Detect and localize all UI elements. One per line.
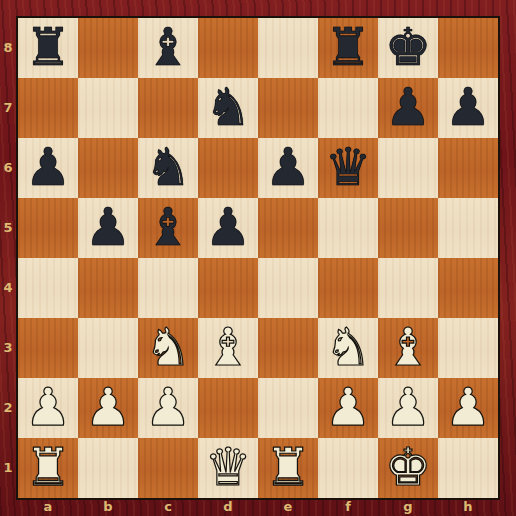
- square-h5[interactable]: [438, 198, 498, 258]
- piece-black-pawn[interactable]: ♟: [78, 198, 138, 258]
- square-b3[interactable]: [78, 318, 138, 378]
- square-a4[interactable]: [18, 258, 78, 318]
- square-d5[interactable]: ♟: [198, 198, 258, 258]
- piece-white-pawn[interactable]: ♟: [18, 378, 78, 438]
- square-a1[interactable]: ♜: [18, 438, 78, 498]
- piece-white-pawn[interactable]: ♟: [378, 378, 438, 438]
- piece-black-pawn[interactable]: ♟: [198, 198, 258, 258]
- square-d1[interactable]: ♛: [198, 438, 258, 498]
- file-label-g: g: [378, 499, 438, 515]
- square-f2[interactable]: ♟: [318, 378, 378, 438]
- piece-black-knight[interactable]: ♞: [138, 138, 198, 198]
- square-a3[interactable]: [18, 318, 78, 378]
- square-f8[interactable]: ♜: [318, 18, 378, 78]
- piece-white-pawn[interactable]: ♟: [438, 378, 498, 438]
- piece-black-pawn[interactable]: ♟: [18, 138, 78, 198]
- piece-black-knight[interactable]: ♞: [198, 78, 258, 138]
- square-f1[interactable]: [318, 438, 378, 498]
- square-d3[interactable]: ♝: [198, 318, 258, 378]
- square-e6[interactable]: ♟: [258, 138, 318, 198]
- square-d4[interactable]: [198, 258, 258, 318]
- rank-label-6: 6: [0, 138, 16, 198]
- square-e3[interactable]: [258, 318, 318, 378]
- square-g7[interactable]: ♟: [378, 78, 438, 138]
- square-c4[interactable]: [138, 258, 198, 318]
- square-g5[interactable]: [378, 198, 438, 258]
- file-label-a: a: [18, 499, 78, 515]
- square-g3[interactable]: ♝: [378, 318, 438, 378]
- square-a6[interactable]: ♟: [18, 138, 78, 198]
- square-d6[interactable]: [198, 138, 258, 198]
- piece-black-pawn[interactable]: ♟: [378, 78, 438, 138]
- rank-label-2: 2: [0, 378, 16, 438]
- piece-white-bishop[interactable]: ♝: [378, 318, 438, 378]
- board-frame: ♜♝♜♚♞♟♟♟♞♟♛♟♝♟♞♝♞♝♟♟♟♟♟♟♜♛♜♚ 87654321 ab…: [0, 0, 516, 516]
- file-label-b: b: [78, 499, 138, 515]
- piece-black-bishop[interactable]: ♝: [138, 18, 198, 78]
- rank-label-7: 7: [0, 78, 16, 138]
- square-d2[interactable]: [198, 378, 258, 438]
- square-f7[interactable]: [318, 78, 378, 138]
- piece-white-rook[interactable]: ♜: [258, 438, 318, 498]
- square-g2[interactable]: ♟: [378, 378, 438, 438]
- square-d7[interactable]: ♞: [198, 78, 258, 138]
- piece-black-rook[interactable]: ♜: [18, 18, 78, 78]
- rank-label-4: 4: [0, 258, 16, 318]
- piece-black-king[interactable]: ♚: [378, 18, 438, 78]
- piece-white-queen[interactable]: ♛: [198, 438, 258, 498]
- rank-label-5: 5: [0, 198, 16, 258]
- square-e5[interactable]: [258, 198, 318, 258]
- file-label-d: d: [198, 499, 258, 515]
- piece-white-king[interactable]: ♚: [378, 438, 438, 498]
- square-h4[interactable]: [438, 258, 498, 318]
- square-g4[interactable]: [378, 258, 438, 318]
- piece-black-bishop[interactable]: ♝: [138, 198, 198, 258]
- square-c3[interactable]: ♞: [138, 318, 198, 378]
- square-c5[interactable]: ♝: [138, 198, 198, 258]
- square-e8[interactable]: [258, 18, 318, 78]
- file-label-e: e: [258, 499, 318, 515]
- square-a5[interactable]: [18, 198, 78, 258]
- square-a2[interactable]: ♟: [18, 378, 78, 438]
- square-e1[interactable]: ♜: [258, 438, 318, 498]
- square-b8[interactable]: [78, 18, 138, 78]
- piece-white-pawn[interactable]: ♟: [78, 378, 138, 438]
- chess-board: ♜♝♜♚♞♟♟♟♞♟♛♟♝♟♞♝♞♝♟♟♟♟♟♟♜♛♜♚: [16, 16, 500, 500]
- square-c1[interactable]: [138, 438, 198, 498]
- square-h6[interactable]: [438, 138, 498, 198]
- file-label-f: f: [318, 499, 378, 515]
- piece-white-pawn[interactable]: ♟: [318, 378, 378, 438]
- piece-black-pawn[interactable]: ♟: [258, 138, 318, 198]
- square-a7[interactable]: [18, 78, 78, 138]
- square-b1[interactable]: [78, 438, 138, 498]
- square-b5[interactable]: ♟: [78, 198, 138, 258]
- square-e2[interactable]: [258, 378, 318, 438]
- square-c7[interactable]: [138, 78, 198, 138]
- square-e4[interactable]: [258, 258, 318, 318]
- square-g8[interactable]: ♚: [378, 18, 438, 78]
- square-f3[interactable]: ♞: [318, 318, 378, 378]
- square-b4[interactable]: [78, 258, 138, 318]
- square-b7[interactable]: [78, 78, 138, 138]
- square-g6[interactable]: [378, 138, 438, 198]
- square-f5[interactable]: [318, 198, 378, 258]
- square-h3[interactable]: [438, 318, 498, 378]
- piece-white-pawn[interactable]: ♟: [138, 378, 198, 438]
- rank-label-8: 8: [0, 18, 16, 78]
- rank-label-1: 1: [0, 438, 16, 498]
- square-b2[interactable]: ♟: [78, 378, 138, 438]
- square-f6[interactable]: ♛: [318, 138, 378, 198]
- square-c6[interactable]: ♞: [138, 138, 198, 198]
- piece-white-knight[interactable]: ♞: [138, 318, 198, 378]
- piece-white-knight[interactable]: ♞: [318, 318, 378, 378]
- square-e7[interactable]: [258, 78, 318, 138]
- square-h1[interactable]: [438, 438, 498, 498]
- square-h7[interactable]: ♟: [438, 78, 498, 138]
- square-c2[interactable]: ♟: [138, 378, 198, 438]
- piece-black-rook[interactable]: ♜: [318, 18, 378, 78]
- piece-white-bishop[interactable]: ♝: [198, 318, 258, 378]
- piece-black-queen[interactable]: ♛: [318, 138, 378, 198]
- file-label-h: h: [438, 499, 498, 515]
- square-h8[interactable]: [438, 18, 498, 78]
- square-a8[interactable]: ♜: [18, 18, 78, 78]
- rank-label-3: 3: [0, 318, 16, 378]
- square-b6[interactable]: [78, 138, 138, 198]
- square-h2[interactable]: ♟: [438, 378, 498, 438]
- square-g1[interactable]: ♚: [378, 438, 438, 498]
- piece-black-pawn[interactable]: ♟: [438, 78, 498, 138]
- square-f4[interactable]: [318, 258, 378, 318]
- file-label-c: c: [138, 499, 198, 515]
- square-c8[interactable]: ♝: [138, 18, 198, 78]
- piece-white-rook[interactable]: ♜: [18, 438, 78, 498]
- square-d8[interactable]: [198, 18, 258, 78]
